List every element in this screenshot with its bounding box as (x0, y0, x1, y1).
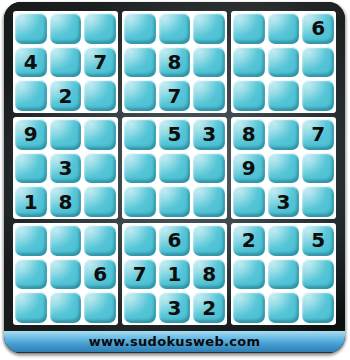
cell-r5c3[interactable] (84, 153, 116, 184)
cell-r7c8[interactable] (268, 225, 300, 256)
cell-r4c5[interactable]: 5 (159, 119, 191, 150)
cell-r5c2[interactable]: 3 (50, 153, 82, 184)
cell-r2c2[interactable] (50, 47, 82, 78)
cell-r7c3[interactable] (84, 225, 116, 256)
cell-r7c4[interactable] (124, 225, 156, 256)
cell-r8c7[interactable] (233, 259, 265, 290)
cell-r3c8[interactable] (268, 80, 300, 111)
cell-r1c4[interactable] (124, 13, 156, 44)
cell-r7c2[interactable] (50, 225, 82, 256)
cell-r6c8[interactable]: 3 (268, 186, 300, 217)
cell-r7c1[interactable] (15, 225, 47, 256)
cell-r5c5[interactable] (159, 153, 191, 184)
cell-r4c1[interactable]: 9 (15, 119, 47, 150)
cell-r4c8[interactable] (268, 119, 300, 150)
cell-r5c8[interactable] (268, 153, 300, 184)
cell-r8c3[interactable]: 6 (84, 259, 116, 290)
box-6: 8793 (231, 117, 336, 219)
sudoku-frame: 4728769318538793667183225 www.sudokusweb… (4, 2, 345, 353)
cell-r2c5[interactable]: 8 (159, 47, 191, 78)
page: 4728769318538793667183225 www.sudokusweb… (0, 0, 350, 360)
cell-r9c6[interactable]: 2 (193, 292, 225, 323)
cell-r2c8[interactable] (268, 47, 300, 78)
box-3: 6 (231, 11, 336, 113)
cell-r9c9[interactable] (302, 292, 334, 323)
cell-r1c5[interactable] (159, 13, 191, 44)
cell-r5c1[interactable] (15, 153, 47, 184)
cell-r1c3[interactable] (84, 13, 116, 44)
cell-r1c1[interactable] (15, 13, 47, 44)
cell-r6c1[interactable]: 1 (15, 186, 47, 217)
cell-r3c3[interactable] (84, 80, 116, 111)
cell-r6c6[interactable] (193, 186, 225, 217)
cell-r6c4[interactable] (124, 186, 156, 217)
cell-r4c3[interactable] (84, 119, 116, 150)
cell-r8c9[interactable] (302, 259, 334, 290)
cell-r3c4[interactable] (124, 80, 156, 111)
cell-r6c5[interactable] (159, 186, 191, 217)
cell-r9c7[interactable] (233, 292, 265, 323)
cell-r3c2[interactable]: 2 (50, 80, 82, 111)
cell-r3c1[interactable] (15, 80, 47, 111)
cell-r3c7[interactable] (233, 80, 265, 111)
cell-r1c7[interactable] (233, 13, 265, 44)
cell-r7c7[interactable]: 2 (233, 225, 265, 256)
cell-r5c9[interactable] (302, 153, 334, 184)
cell-r5c7[interactable]: 9 (233, 153, 265, 184)
cell-r6c7[interactable] (233, 186, 265, 217)
cell-r2c1[interactable]: 4 (15, 47, 47, 78)
box-2: 87 (122, 11, 227, 113)
cell-r8c8[interactable] (268, 259, 300, 290)
cell-r3c9[interactable] (302, 80, 334, 111)
box-4: 9318 (13, 117, 118, 219)
cell-r4c2[interactable] (50, 119, 82, 150)
cell-r9c4[interactable] (124, 292, 156, 323)
box-9: 25 (231, 223, 336, 325)
cell-r5c6[interactable] (193, 153, 225, 184)
cell-r1c2[interactable] (50, 13, 82, 44)
cell-r4c7[interactable]: 8 (233, 119, 265, 150)
cell-r7c5[interactable]: 6 (159, 225, 191, 256)
box-5: 53 (122, 117, 227, 219)
cell-r8c4[interactable]: 7 (124, 259, 156, 290)
cell-r9c3[interactable] (84, 292, 116, 323)
cell-r7c9[interactable]: 5 (302, 225, 334, 256)
cell-r2c9[interactable] (302, 47, 334, 78)
sudoku-board: 4728769318538793667183225 (4, 2, 345, 331)
cell-r2c4[interactable] (124, 47, 156, 78)
cell-r2c3[interactable]: 7 (84, 47, 116, 78)
cell-r2c6[interactable] (193, 47, 225, 78)
cell-r2c7[interactable] (233, 47, 265, 78)
cell-r4c4[interactable] (124, 119, 156, 150)
cell-r3c5[interactable]: 7 (159, 80, 191, 111)
cell-r6c2[interactable]: 8 (50, 186, 82, 217)
box-8: 671832 (122, 223, 227, 325)
cell-r6c9[interactable] (302, 186, 334, 217)
cell-r1c9[interactable]: 6 (302, 13, 334, 44)
box-1: 472 (13, 11, 118, 113)
cell-r4c9[interactable]: 7 (302, 119, 334, 150)
cell-r4c6[interactable]: 3 (193, 119, 225, 150)
cell-r5c4[interactable] (124, 153, 156, 184)
cell-r9c1[interactable] (15, 292, 47, 323)
cell-r9c2[interactable] (50, 292, 82, 323)
cell-r8c5[interactable]: 1 (159, 259, 191, 290)
cell-r1c6[interactable] (193, 13, 225, 44)
cell-r9c8[interactable] (268, 292, 300, 323)
cell-r8c2[interactable] (50, 259, 82, 290)
cell-r1c8[interactable] (268, 13, 300, 44)
site-link[interactable]: www.sudokusweb.com (89, 334, 261, 349)
box-7: 6 (13, 223, 118, 325)
cell-r3c6[interactable] (193, 80, 225, 111)
cell-r8c6[interactable]: 8 (193, 259, 225, 290)
cell-r8c1[interactable] (15, 259, 47, 290)
cell-r7c6[interactable] (193, 225, 225, 256)
cell-r9c5[interactable]: 3 (159, 292, 191, 323)
site-footer: www.sudokusweb.com (4, 331, 345, 353)
cell-r6c3[interactable] (84, 186, 116, 217)
